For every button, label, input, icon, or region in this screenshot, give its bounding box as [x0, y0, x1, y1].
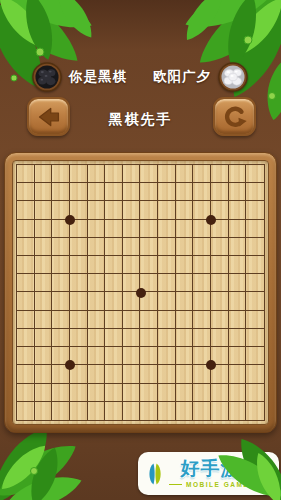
board-cell [35, 311, 53, 329]
board-cell [193, 329, 211, 347]
board-cell [105, 183, 123, 201]
board-cell [35, 274, 53, 292]
board-cell [35, 201, 53, 219]
board-cell [140, 384, 158, 402]
board-cell [229, 183, 247, 201]
board-cell [140, 238, 158, 256]
board-cell [158, 292, 176, 310]
board-cell [140, 201, 158, 219]
board-cell [123, 238, 141, 256]
board-cell [229, 365, 247, 383]
board-cell [158, 402, 176, 420]
star-point [65, 360, 75, 370]
board-cell [176, 220, 194, 238]
board-cell [88, 201, 106, 219]
board-cell [158, 238, 176, 256]
board-cell [246, 274, 264, 292]
player-black-info: 你是黑棋 [32, 61, 127, 93]
board-cell [229, 256, 247, 274]
board-cell [17, 274, 35, 292]
board-grid[interactable] [16, 164, 265, 421]
board-cell [123, 365, 141, 383]
board-cell [105, 274, 123, 292]
board-cell [193, 384, 211, 402]
board-cell [88, 384, 106, 402]
board-cell [17, 292, 35, 310]
board-cell [105, 292, 123, 310]
board-cell [88, 274, 106, 292]
board-cell [140, 165, 158, 183]
board-cell [211, 402, 229, 420]
board-cell [176, 311, 194, 329]
board-cell [35, 256, 53, 274]
board-cell [88, 165, 106, 183]
board-cell [123, 347, 141, 365]
board-cell [88, 183, 106, 201]
board-cell [105, 365, 123, 383]
board-cell [70, 183, 88, 201]
board-cell [176, 365, 194, 383]
board-cell [229, 165, 247, 183]
watermark-dash-left [169, 484, 182, 485]
board-cell [246, 183, 264, 201]
leaves-bottom-left-decoration [0, 425, 100, 500]
board-cell [176, 329, 194, 347]
board-cell [229, 274, 247, 292]
watermark-text: 好手游网 MOBILE GAMES [169, 459, 272, 488]
star-point [136, 288, 146, 298]
board-cell [158, 347, 176, 365]
board-cell [70, 274, 88, 292]
board-cell [158, 165, 176, 183]
board-cell [123, 256, 141, 274]
board-cell [70, 256, 88, 274]
board-cell [52, 165, 70, 183]
board-cell [17, 329, 35, 347]
board-cell [211, 329, 229, 347]
board-cell [52, 311, 70, 329]
player-white-info: 欧阳广夕 [153, 61, 248, 93]
board-cell [140, 347, 158, 365]
star-point [206, 360, 216, 370]
board-cell [211, 292, 229, 310]
board-cell [229, 347, 247, 365]
board-cell [246, 365, 264, 383]
board-cell [17, 238, 35, 256]
board-cell [158, 329, 176, 347]
board-cell [140, 183, 158, 201]
board-cell [229, 238, 247, 256]
board-cell [105, 347, 123, 365]
board-cell [211, 183, 229, 201]
board-cell [123, 183, 141, 201]
board-cell [246, 347, 264, 365]
board-cell [193, 311, 211, 329]
star-point [206, 215, 216, 225]
board-cell [70, 238, 88, 256]
gomoku-app: 你是黑棋 欧阳广夕 黑棋先手 [0, 0, 281, 500]
board-cell [123, 201, 141, 219]
board-cell [35, 183, 53, 201]
board-cell [229, 402, 247, 420]
board-cell [123, 329, 141, 347]
board-cell [193, 274, 211, 292]
board-cell [176, 347, 194, 365]
watermark-badge: 好手游网 MOBILE GAMES [138, 452, 279, 495]
board-cell [52, 384, 70, 402]
board-cell [17, 365, 35, 383]
board-cell [35, 238, 53, 256]
back-button[interactable] [27, 97, 70, 136]
board-cell [52, 402, 70, 420]
board-cell [88, 238, 106, 256]
board-cell [140, 402, 158, 420]
board-cell [140, 256, 158, 274]
board-cell [229, 311, 247, 329]
board-cell [17, 384, 35, 402]
board-cell [105, 384, 123, 402]
board-cell [70, 384, 88, 402]
back-arrow-icon [36, 105, 62, 129]
board-cell [211, 384, 229, 402]
board-cell [158, 311, 176, 329]
board-cell [105, 402, 123, 420]
board-cell [140, 311, 158, 329]
board-cell [105, 201, 123, 219]
board-cell [176, 165, 194, 183]
board-cell [246, 165, 264, 183]
board-cell [193, 238, 211, 256]
board-cell [140, 365, 158, 383]
board-cell [123, 165, 141, 183]
board-cell [229, 329, 247, 347]
board-cell [176, 292, 194, 310]
board-cell [88, 220, 106, 238]
board-cell [246, 256, 264, 274]
board-cell [88, 329, 106, 347]
board-cell [17, 256, 35, 274]
watermark-title: 好手游网 [181, 459, 261, 480]
board-cell [70, 311, 88, 329]
board-cell [193, 256, 211, 274]
board-cell [229, 201, 247, 219]
board-cell [123, 311, 141, 329]
board-cell [35, 329, 53, 347]
player-black-label: 你是黑棋 [69, 68, 127, 86]
white-stones-bowl-icon [218, 62, 248, 92]
board-cell [70, 329, 88, 347]
board-cell [158, 256, 176, 274]
board-cell [88, 256, 106, 274]
board-cell [105, 238, 123, 256]
board-cell [88, 347, 106, 365]
board-cell [246, 292, 264, 310]
board-cell [123, 220, 141, 238]
board-cell [105, 329, 123, 347]
board-cell [211, 238, 229, 256]
board-cell [158, 365, 176, 383]
board-cell [35, 384, 53, 402]
board-cell [176, 274, 194, 292]
board-cell [105, 220, 123, 238]
board-cell [140, 220, 158, 238]
board-cell [52, 274, 70, 292]
board-cell [229, 220, 247, 238]
refresh-icon [222, 104, 248, 130]
board-cell [193, 183, 211, 201]
board-cell [211, 165, 229, 183]
board-cell [176, 183, 194, 201]
board-cell [88, 402, 106, 420]
board-cell [211, 311, 229, 329]
restart-button[interactable] [213, 97, 256, 136]
board-cell [17, 347, 35, 365]
board-cell [211, 274, 229, 292]
watermark-logo-icon [145, 459, 165, 489]
board-cell [105, 165, 123, 183]
board-cell [246, 402, 264, 420]
board-cell [35, 347, 53, 365]
board-cell [193, 165, 211, 183]
board-cell [158, 201, 176, 219]
board-cell [35, 292, 53, 310]
board-cell [229, 292, 247, 310]
board-inner [12, 160, 269, 425]
board-cell [52, 292, 70, 310]
board-cell [176, 256, 194, 274]
board-cell [229, 384, 247, 402]
board-cell [35, 365, 53, 383]
board-cell [158, 183, 176, 201]
board-cell [88, 311, 106, 329]
board-cell [193, 402, 211, 420]
board-cell [176, 201, 194, 219]
board-cell [88, 365, 106, 383]
board-cell [211, 256, 229, 274]
board-cell [17, 165, 35, 183]
watermark-subtitle: MOBILE GAMES [186, 481, 255, 488]
board-cell [246, 311, 264, 329]
player-white-name: 欧阳广夕 [153, 68, 211, 86]
board-cell [193, 292, 211, 310]
board-cell [158, 220, 176, 238]
board-cell [52, 238, 70, 256]
star-point [65, 215, 75, 225]
board-cell [246, 329, 264, 347]
board-cell [35, 165, 53, 183]
board-cell [105, 256, 123, 274]
board-cell [70, 292, 88, 310]
board-cell [35, 220, 53, 238]
board-cell [17, 201, 35, 219]
board-cell [17, 183, 35, 201]
board-cell [70, 165, 88, 183]
board-cell [123, 384, 141, 402]
board-cell [17, 311, 35, 329]
board-cell [52, 256, 70, 274]
board-frame [4, 152, 277, 433]
board-cell [140, 329, 158, 347]
board-cell [246, 220, 264, 238]
board-cell [17, 402, 35, 420]
board-cell [176, 238, 194, 256]
board-cell [88, 292, 106, 310]
board-cell [105, 311, 123, 329]
black-stones-bowl-icon [32, 62, 62, 92]
board-cell [52, 183, 70, 201]
board-cell [17, 220, 35, 238]
board-cell [246, 384, 264, 402]
board-cell [158, 384, 176, 402]
board-cell [176, 402, 194, 420]
watermark-dash-right [259, 484, 272, 485]
board-cell [176, 384, 194, 402]
board-cell [246, 238, 264, 256]
board-cell [35, 402, 53, 420]
board-cell [158, 274, 176, 292]
board-cell [52, 329, 70, 347]
board-cell [246, 201, 264, 219]
board-cell [123, 402, 141, 420]
board-cell [70, 402, 88, 420]
